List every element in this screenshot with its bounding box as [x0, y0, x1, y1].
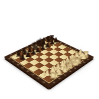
coordinate-label: 2 — [37, 77, 41, 80]
coordinate-label: b — [57, 77, 61, 80]
coordinate-label: 6 — [60, 42, 63, 44]
coordinate-label: 7 — [12, 61, 16, 63]
coordinate-label: 3 — [31, 74, 35, 77]
coordinate-label: 6 — [17, 64, 21, 66]
piece-white-rook[interactable]: ♜ — [49, 72, 57, 81]
coordinate-label: 4 — [26, 70, 30, 72]
coordinate-label: a — [52, 81, 56, 84]
coordinate-label: 5 — [64, 44, 67, 46]
coordinate-label: 5 — [21, 67, 25, 69]
piece-black-pawn[interactable]: ♟ — [19, 54, 26, 62]
coordinate-label: 4 — [69, 46, 72, 48]
coordinate-label: 8 — [8, 58, 11, 60]
product-photo-scene: abcdefgh abcdefgh 87654321 87654321 ♜♞♝♛… — [0, 0, 99, 99]
coordinate-label: 1 — [42, 81, 46, 84]
coordinate-label: a — [9, 54, 12, 56]
